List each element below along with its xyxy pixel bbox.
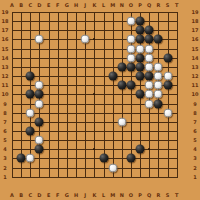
col-label-bottom: O (129, 193, 133, 198)
col-label-bottom: G (65, 193, 69, 198)
row-label-left: 10 (2, 92, 9, 97)
col-label-bottom: L (102, 193, 105, 198)
row-label-left: 1 (3, 174, 6, 179)
black-stone (117, 81, 126, 90)
star-point (93, 38, 95, 40)
black-stone (99, 154, 108, 163)
row-label-right: 7 (193, 119, 196, 124)
col-label-bottom: D (37, 193, 41, 198)
row-label-right: 9 (193, 101, 196, 106)
star-point (93, 148, 95, 150)
col-label-bottom: S (166, 193, 170, 198)
black-stone (126, 62, 135, 71)
black-stone (145, 72, 154, 81)
col-label-bottom: A (10, 193, 14, 198)
white-stone (35, 99, 44, 108)
col-label-bottom: Q (147, 193, 151, 198)
col-label-bottom: J (84, 193, 86, 198)
white-stone (136, 44, 145, 53)
col-label-top: A (10, 3, 14, 8)
row-label-left: 5 (3, 138, 6, 143)
white-stone (145, 81, 154, 90)
black-stone (126, 81, 135, 90)
row-label-right: 11 (192, 83, 199, 88)
col-label-bottom: T (175, 193, 178, 198)
white-stone (26, 154, 35, 163)
col-label-top: G (65, 3, 69, 8)
black-stone (136, 35, 145, 44)
white-stone (163, 72, 172, 81)
row-label-left: 17 (2, 28, 9, 33)
white-stone (126, 44, 135, 53)
col-label-top: D (37, 3, 41, 8)
black-stone (136, 72, 145, 81)
star-point (93, 93, 95, 95)
white-stone (126, 17, 135, 26)
col-label-bottom: F (56, 193, 59, 198)
grid-line (104, 12, 105, 178)
row-label-right: 15 (192, 46, 199, 51)
white-stone (81, 35, 90, 44)
col-label-bottom: C (28, 193, 32, 198)
row-label-right: 10 (192, 92, 199, 97)
white-stone (108, 163, 117, 172)
grid-line (168, 12, 169, 178)
row-label-left: 7 (3, 119, 6, 124)
black-stone (136, 62, 145, 71)
col-label-bottom: P (138, 193, 142, 198)
white-stone (145, 44, 154, 53)
col-label-bottom: M (110, 193, 115, 198)
row-label-right: 18 (192, 19, 199, 24)
row-label-left: 2 (3, 165, 6, 170)
row-label-right: 1 (193, 174, 196, 179)
row-label-left: 6 (3, 128, 6, 133)
col-label-bottom: K (92, 193, 96, 198)
col-label-bottom: B (19, 193, 23, 198)
white-stone (126, 35, 135, 44)
row-label-left: 18 (2, 19, 9, 24)
white-stone (145, 62, 154, 71)
black-stone (163, 53, 172, 62)
grid-line (12, 177, 178, 178)
white-stone (126, 53, 135, 62)
black-stone (117, 62, 126, 71)
col-label-top: H (74, 3, 78, 8)
col-label-top: K (92, 3, 96, 8)
col-label-top: T (175, 3, 178, 8)
grid-line (12, 168, 178, 169)
row-label-right: 12 (192, 74, 199, 79)
row-label-right: 13 (192, 64, 199, 69)
row-label-left: 8 (3, 110, 6, 115)
black-stone (35, 90, 44, 99)
row-label-left: 9 (3, 101, 6, 106)
black-stone (145, 26, 154, 35)
row-label-right: 3 (193, 156, 196, 161)
black-stone (154, 99, 163, 108)
black-stone (136, 17, 145, 26)
grid-line (177, 12, 178, 178)
row-label-left: 19 (2, 10, 9, 15)
row-label-right: 8 (193, 110, 196, 115)
black-stone (145, 35, 154, 44)
grid-line (12, 131, 178, 132)
col-label-top: M (110, 3, 115, 8)
col-label-top: L (102, 3, 105, 8)
grid-line (113, 12, 114, 178)
black-stone (108, 72, 117, 81)
row-label-right: 6 (193, 128, 196, 133)
white-stone (154, 62, 163, 71)
black-stone (136, 26, 145, 35)
row-label-right: 16 (192, 37, 199, 42)
row-label-left: 11 (2, 83, 9, 88)
col-label-bottom: H (74, 193, 78, 198)
white-stone (154, 72, 163, 81)
col-label-bottom: R (156, 193, 160, 198)
col-label-top: R (156, 3, 160, 8)
star-point (148, 148, 150, 150)
black-stone (26, 126, 35, 135)
col-label-top: O (129, 3, 133, 8)
go-board[interactable]: AABBCCDDEEFFGGHHJJKKLLMMNNOOPPQQRRSSTT19… (0, 0, 200, 200)
row-label-left: 15 (2, 46, 9, 51)
row-label-left: 12 (2, 74, 9, 79)
white-stone (145, 90, 154, 99)
black-stone (163, 81, 172, 90)
white-stone (35, 35, 44, 44)
col-label-top: S (166, 3, 170, 8)
black-stone (17, 154, 26, 163)
col-label-top: E (47, 3, 50, 8)
col-label-top: N (120, 3, 124, 8)
black-stone (35, 117, 44, 126)
black-stone (35, 145, 44, 154)
row-label-right: 19 (192, 10, 199, 15)
white-stone (154, 81, 163, 90)
grid-line (12, 113, 178, 114)
row-label-right: 5 (193, 138, 196, 143)
white-stone (145, 53, 154, 62)
black-stone (126, 154, 135, 163)
row-label-left: 4 (3, 147, 6, 152)
white-stone (35, 136, 44, 145)
row-label-left: 13 (2, 64, 9, 69)
row-label-left: 16 (2, 37, 9, 42)
row-label-right: 4 (193, 147, 196, 152)
col-label-top: F (56, 3, 59, 8)
col-label-top: C (28, 3, 32, 8)
col-label-bottom: N (120, 193, 124, 198)
white-stone (163, 108, 172, 117)
col-label-top: J (84, 3, 86, 8)
black-stone (136, 90, 145, 99)
white-stone (26, 108, 35, 117)
white-stone (117, 117, 126, 126)
row-label-left: 3 (3, 156, 6, 161)
col-label-bottom: E (47, 193, 50, 198)
black-stone (136, 145, 145, 154)
white-stone (145, 99, 154, 108)
white-stone (154, 90, 163, 99)
row-label-left: 14 (2, 55, 9, 60)
row-label-right: 17 (192, 28, 199, 33)
black-stone (154, 35, 163, 44)
col-label-top: Q (147, 3, 151, 8)
row-label-right: 2 (193, 165, 196, 170)
grid-line (12, 158, 178, 159)
black-stone (26, 72, 35, 81)
col-label-top: P (138, 3, 142, 8)
black-stone (136, 53, 145, 62)
black-stone (26, 90, 35, 99)
grid-line (122, 12, 123, 178)
row-label-right: 14 (192, 55, 199, 60)
col-label-top: B (19, 3, 23, 8)
white-stone (35, 81, 44, 90)
